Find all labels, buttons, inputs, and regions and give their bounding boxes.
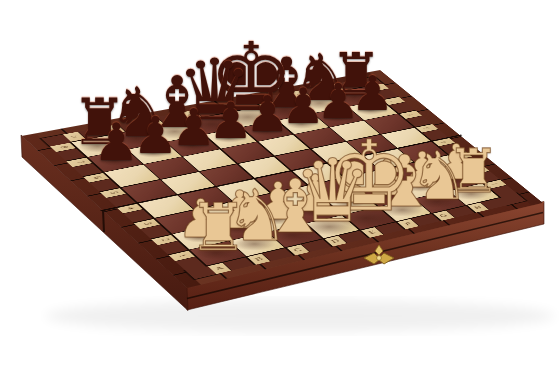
ground-shadow [45, 300, 555, 332]
file-far-label-e: E [224, 106, 233, 110]
file-far-label-d: D [186, 113, 196, 118]
rank-far-label-3: 3 [455, 154, 465, 157]
rank-far-label-5: 5 [421, 127, 431, 130]
file-label-e: E [367, 229, 377, 234]
file-far-label-c: C [148, 120, 158, 125]
file-far-label-h: H [330, 86, 339, 90]
file-far-label-g: G [295, 93, 304, 97]
file-label-d: D [329, 238, 340, 244]
file-label-a: A [213, 265, 225, 271]
rank-far-label-4: 4 [438, 141, 448, 144]
file-label-b: B [253, 256, 264, 262]
file-label-c: C [292, 247, 303, 253]
file-label-g: G [438, 213, 449, 218]
rank-far-label-7: 7 [388, 100, 398, 103]
scene: ABCDEFGH ABCDEFGH 87654321 87654321 ♜♞♝♟… [0, 0, 560, 373]
rank-far-label-1: 1 [489, 183, 499, 186]
file-far-label-b: B [109, 127, 119, 132]
rank-far-label-8: 8 [372, 86, 382, 89]
file-far-label-f: F [260, 99, 268, 103]
file-far-label-a: A [70, 135, 80, 140]
rank-far-label-2: 2 [472, 168, 482, 171]
file-label-h: H [472, 205, 483, 210]
file-label-f: F [403, 221, 412, 226]
rank-far-label-6: 6 [405, 113, 415, 116]
left-face-fold-seam [103, 210, 104, 232]
